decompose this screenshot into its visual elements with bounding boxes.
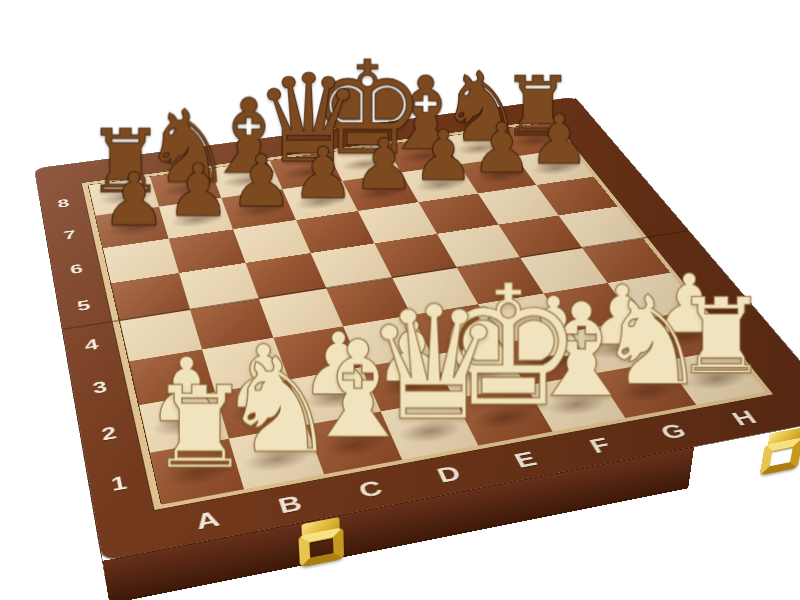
piece-shadow bbox=[291, 191, 350, 213]
rank-label-5: 5 bbox=[74, 286, 95, 326]
piece-shadow bbox=[526, 158, 585, 178]
piece-shadow bbox=[469, 166, 528, 186]
brown-rook-a8: ♜ bbox=[86, 122, 164, 202]
piece-shadow bbox=[148, 408, 220, 441]
rank-label-6: 6 bbox=[67, 251, 87, 288]
product-photo-scene: ♜♞♝♛♚♝♞♜♟♟♟♟♟♟♟♟♟♟♟♟♟♟♟♟♜♞♝♛♚♝♞♜ ABCDEFG… bbox=[0, 0, 800, 600]
piece-shadow bbox=[394, 147, 451, 167]
rank-label-8: 8 bbox=[55, 188, 73, 220]
square-e5 bbox=[374, 234, 456, 278]
square-d1: ♛ bbox=[381, 399, 478, 460]
piece-shadow bbox=[218, 170, 275, 191]
piece-shadow bbox=[317, 428, 392, 463]
brown-queen-d8: ♛ bbox=[254, 64, 363, 176]
piece-shadow bbox=[610, 376, 684, 407]
piece-shadow bbox=[352, 183, 411, 204]
piece-shadow bbox=[393, 415, 468, 449]
piece-shadow bbox=[411, 174, 470, 195]
piece-shadow bbox=[167, 209, 226, 231]
square-h2: ♟ bbox=[635, 309, 731, 361]
piece-shadow bbox=[679, 364, 753, 395]
square-a1: ♜ bbox=[150, 439, 244, 505]
folding-chess-set: ♜♞♝♛♚♝♞♜♟♟♟♟♟♟♟♟♟♟♟♟♟♟♟♟♜♞♝♛♚♝♞♜ ABCDEFG… bbox=[35, 97, 800, 561]
piece-shadow bbox=[467, 401, 542, 434]
rank-label-7: 7 bbox=[61, 218, 80, 253]
piece-shadow bbox=[514, 346, 585, 376]
piece-shadow bbox=[444, 358, 516, 388]
piece-shadow bbox=[337, 154, 394, 174]
piece-shadow bbox=[225, 395, 297, 428]
piece-shadow bbox=[649, 323, 720, 351]
piece-shadow bbox=[506, 131, 563, 150]
board-top-surface: ♜♞♝♛♚♝♞♜♟♟♟♟♟♟♟♟♟♟♟♟♟♟♟♟♜♞♝♛♚♝♞♜ ABCDEFG… bbox=[35, 97, 800, 561]
square-h4 bbox=[582, 238, 670, 283]
clasp-loop-icon bbox=[759, 437, 800, 476]
rank-label-3: 3 bbox=[89, 365, 112, 412]
square-c5 bbox=[246, 253, 327, 299]
rank-label-4: 4 bbox=[81, 324, 103, 367]
brass-clasp-left bbox=[298, 516, 344, 552]
piece-shadow bbox=[300, 382, 372, 414]
piece-shadow bbox=[540, 389, 614, 421]
piece-shadow bbox=[451, 139, 508, 158]
piece-shadow bbox=[582, 334, 653, 363]
clasp-loop-icon bbox=[299, 527, 345, 568]
square-b1: ♞ bbox=[229, 425, 324, 489]
piece-shadow bbox=[95, 187, 152, 208]
rank-label-1: 1 bbox=[107, 457, 133, 512]
square-g1: ♞ bbox=[596, 361, 696, 418]
piece-shadow bbox=[160, 456, 236, 492]
brass-clasp-right bbox=[762, 427, 800, 461]
piece-shadow bbox=[239, 442, 314, 477]
piece-shadow bbox=[157, 179, 214, 200]
piece-shadow bbox=[103, 218, 163, 241]
brown-rook-h8: ♜ bbox=[501, 69, 574, 144]
piece-shadow bbox=[230, 200, 289, 222]
rank-label-2: 2 bbox=[97, 409, 121, 460]
piece-shadow bbox=[373, 370, 445, 401]
piece-shadow bbox=[278, 162, 335, 182]
